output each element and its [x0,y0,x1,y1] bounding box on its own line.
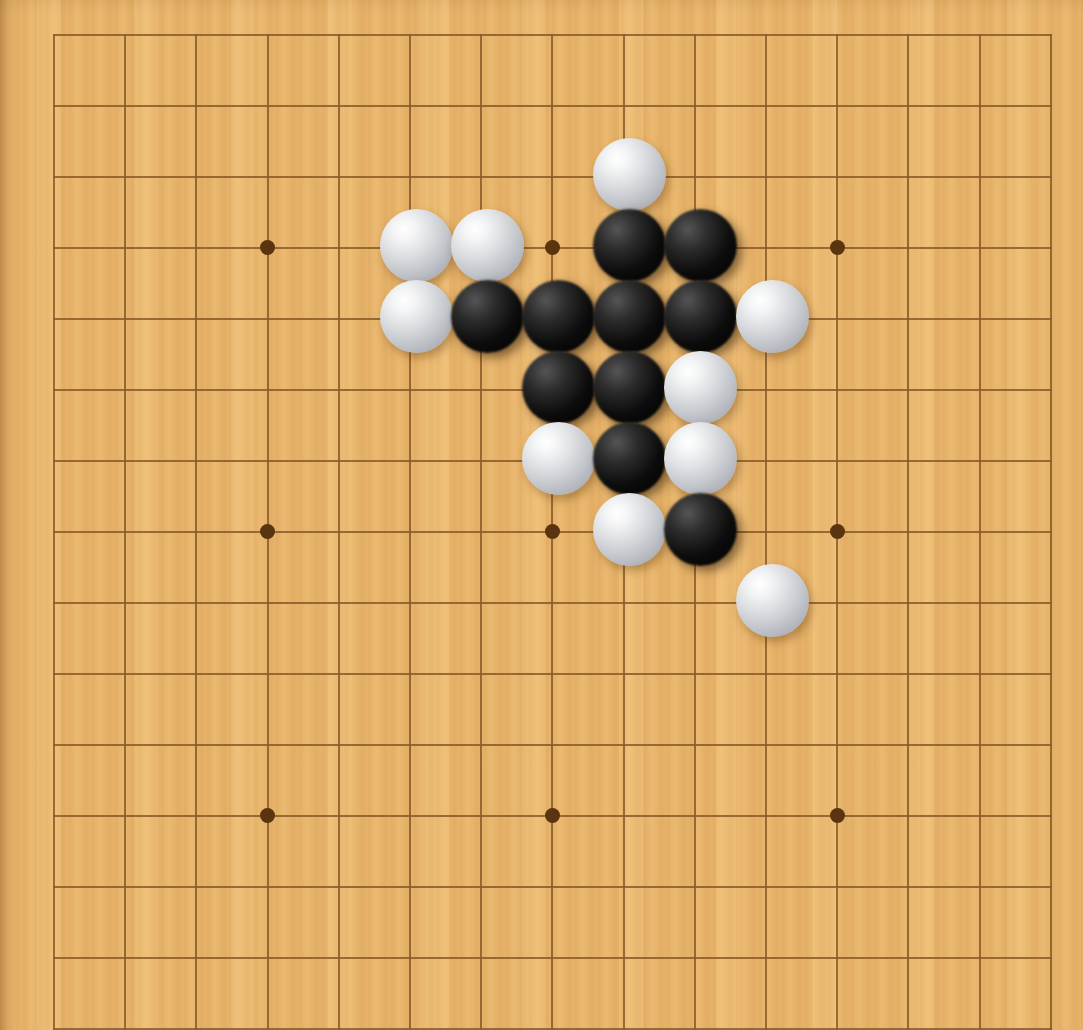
star-point [260,808,275,823]
star-point [545,524,560,539]
grid-line-horizontal [53,1028,1052,1030]
white-stone [593,493,666,566]
star-point [830,240,845,255]
grid-line-horizontal [53,957,1052,959]
black-stone [593,280,666,353]
gomoku-screenshot [0,0,1083,1030]
star-point [830,808,845,823]
grid-line-horizontal [53,673,1052,675]
black-stone [664,280,737,353]
white-stone [451,209,524,282]
white-stone [593,138,666,211]
grid-line-horizontal [53,602,1052,604]
grid-line-vertical [907,34,909,1030]
star-point [260,240,275,255]
white-stone [736,564,809,637]
white-stone [380,209,453,282]
black-stone [664,493,737,566]
grid-line-vertical [765,34,767,1030]
black-stone [522,351,595,424]
star-point [830,524,845,539]
black-stone [522,280,595,353]
grid-line-vertical [979,34,981,1030]
white-stone [664,351,737,424]
black-stone [593,351,666,424]
white-stone [522,422,595,495]
grid-line-horizontal [53,886,1052,888]
star-point [545,808,560,823]
grid-line-horizontal [53,744,1052,746]
grid-line-vertical [1050,34,1052,1030]
star-point [260,524,275,539]
star-point [545,240,560,255]
white-stone [736,280,809,353]
black-stone [593,209,666,282]
white-stone [380,280,453,353]
black-stone [451,280,524,353]
black-stone [664,209,737,282]
black-stone [593,422,666,495]
wood-texture [0,0,1083,1030]
white-stone [664,422,737,495]
